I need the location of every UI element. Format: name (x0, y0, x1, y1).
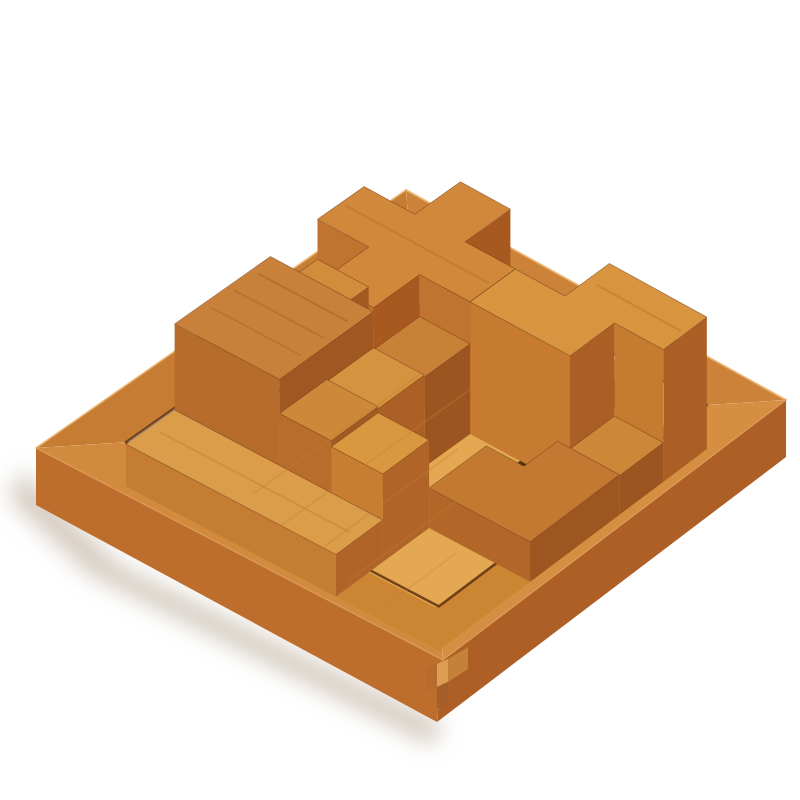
puzzle-board-svg (0, 0, 800, 800)
finger-joint-3 (426, 664, 437, 691)
puzzle-product-photo (0, 0, 800, 800)
